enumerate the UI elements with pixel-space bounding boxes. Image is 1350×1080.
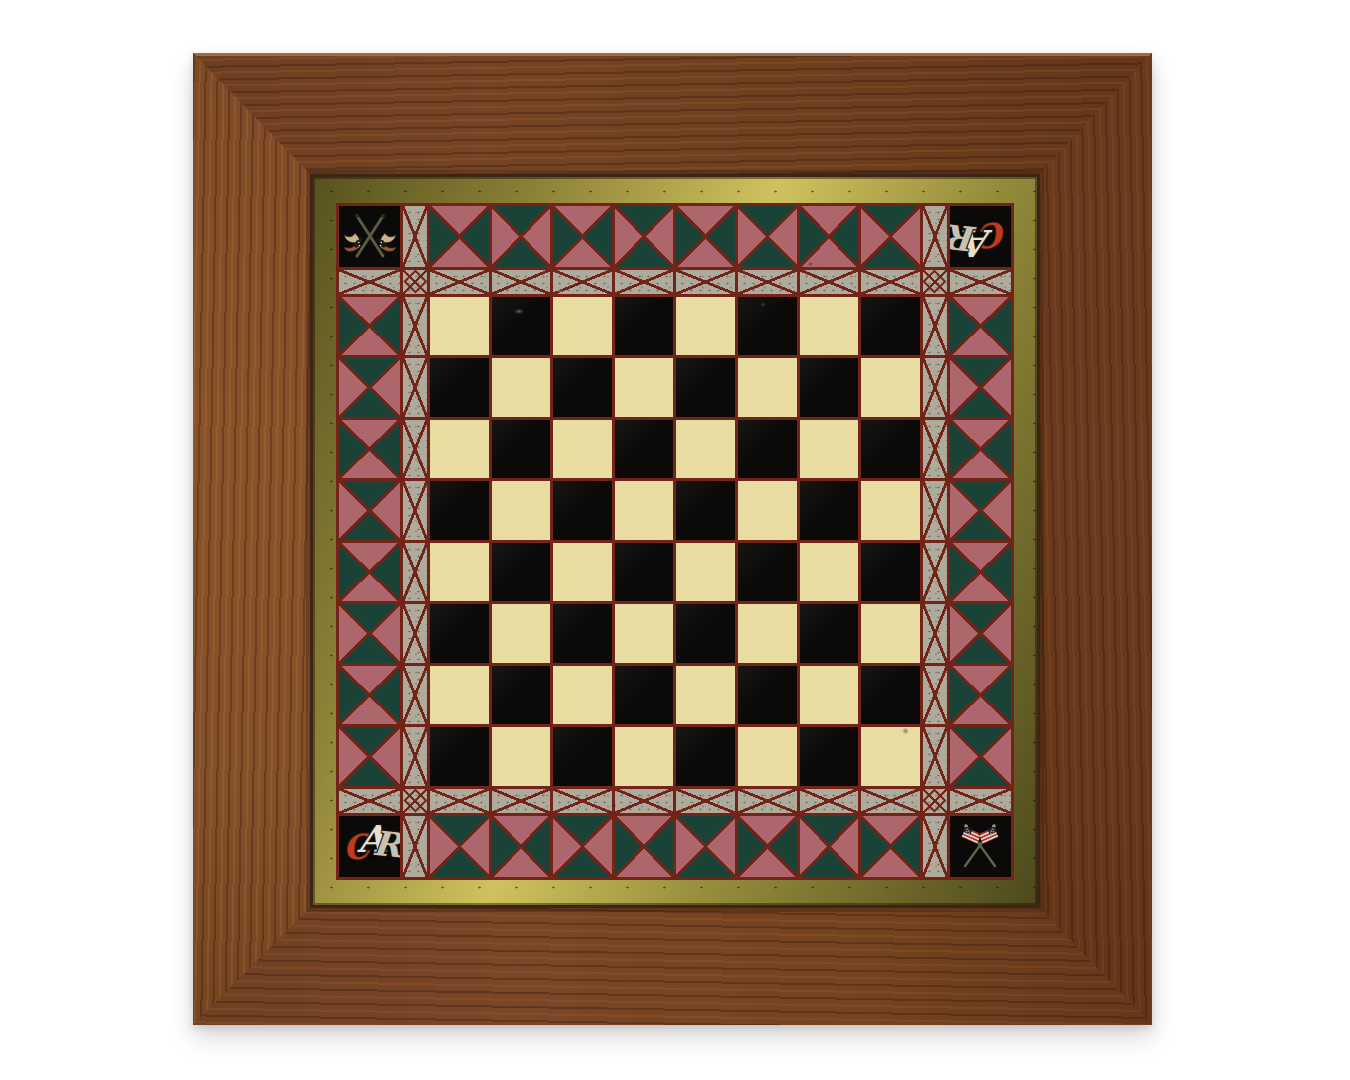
checker-square-h3[interactable] [861,604,920,663]
silver-band-x-segment [676,270,735,294]
border-triangle-bottom-3 [553,816,612,877]
silver-band-x-segment [861,789,920,813]
silver-band-x-segment [553,270,612,294]
border-triangle-right-4 [950,481,1011,540]
checker-square-h7[interactable] [861,358,920,417]
border-triangle-bottom-7 [800,816,859,877]
checker-square-g1[interactable] [800,727,859,786]
checker-square-a3[interactable] [430,604,489,663]
checker-square-d4[interactable] [615,543,674,602]
frame-rail-top [193,53,1152,177]
silver-band-x-segment [923,297,947,356]
checker-square-f1[interactable] [738,727,797,786]
checker-square-e8[interactable] [676,297,735,356]
checker-square-a1[interactable] [430,727,489,786]
checker-square-g4[interactable] [800,543,859,602]
border-triangle-left-3 [339,420,400,479]
checker-square-b1[interactable] [492,727,551,786]
border-triangle-left-6 [339,604,400,663]
car-monogram: C A R [342,818,398,874]
border-triangle-right-5 [950,543,1011,602]
silver-band-star-intersection [923,789,947,813]
checker-square-c2[interactable] [553,666,612,725]
silver-band-x-segment [800,789,859,813]
border-triangle-top-4 [615,206,674,267]
corner-top-left-flags [339,206,400,267]
silver-band-star-intersection [403,789,427,813]
checker-square-f3[interactable] [738,604,797,663]
checker-square-f4[interactable] [738,543,797,602]
border-triangle-bottom-2 [492,816,551,877]
car-monogram: C A R [952,208,1008,264]
silver-band-x-segment [492,789,551,813]
checker-square-d2[interactable] [615,666,674,725]
corner-top-right-monogram: C A R [950,206,1011,267]
checker-square-d7[interactable] [615,358,674,417]
silver-band-x-segment [950,270,1011,294]
checker-square-g7[interactable] [800,358,859,417]
silver-band-x-segment [553,789,612,813]
border-triangle-top-5 [676,206,735,267]
frame-rail-left [193,53,313,1025]
checker-square-f2[interactable] [738,666,797,725]
checker-square-b6[interactable] [492,420,551,479]
border-triangle-right-3 [950,420,1011,479]
silver-band-x-segment [615,270,674,294]
silver-band-x-segment [861,270,920,294]
checker-square-f5[interactable] [738,481,797,540]
border-triangle-top-7 [800,206,859,267]
checker-square-c3[interactable] [553,604,612,663]
checker-square-e7[interactable] [676,358,735,417]
monogram-letter-r: R [950,220,979,257]
silver-band-x-segment [923,666,947,725]
silver-band-x-segment [738,270,797,294]
silver-band-x-segment [339,789,400,813]
silver-band-x-segment [923,727,947,786]
border-triangle-left-1 [339,297,400,356]
game-board[interactable]: C A R C A R [336,203,1014,880]
border-triangle-left-5 [339,543,400,602]
photo-canvas: C A R C A R [0,0,1350,1080]
checker-square-h6[interactable] [861,420,920,479]
silver-band-x-segment [403,666,427,725]
checker-square-b8[interactable] [492,297,551,356]
border-triangle-bottom-4 [615,816,674,877]
silver-band-x-segment [923,543,947,602]
silver-band-x-segment [430,789,489,813]
checker-square-e5[interactable] [676,481,735,540]
border-triangle-left-4 [339,481,400,540]
checker-square-a4[interactable] [430,543,489,602]
border-triangle-right-8 [950,727,1011,786]
border-triangle-right-2 [950,358,1011,417]
checker-square-c4[interactable] [553,543,612,602]
border-triangle-top-2 [492,206,551,267]
checker-square-g2[interactable] [800,666,859,725]
checker-square-d1[interactable] [615,727,674,786]
checker-square-g8[interactable] [800,297,859,356]
silver-band-x-segment [615,789,674,813]
checker-square-f6[interactable] [738,420,797,479]
border-triangle-top-3 [553,206,612,267]
checker-square-c8[interactable] [553,297,612,356]
checker-square-e2[interactable] [676,666,735,725]
border-triangle-top-8 [861,206,920,267]
checker-square-c1[interactable] [553,727,612,786]
checker-square-b7[interactable] [492,358,551,417]
checker-square-d5[interactable] [615,481,674,540]
checker-square-d6[interactable] [615,420,674,479]
checker-square-c5[interactable] [553,481,612,540]
frame-rail-right [1037,53,1152,1025]
crossed-american-flags-icon [952,818,1008,874]
checker-square-c6[interactable] [553,420,612,479]
border-triangle-bottom-6 [738,816,797,877]
silver-band-x-segment [403,604,427,663]
checker-square-c7[interactable] [553,358,612,417]
border-triangle-left-2 [339,358,400,417]
crossed-drooping-flags-icon [342,208,398,264]
checker-square-b3[interactable] [492,604,551,663]
checker-square-f7[interactable] [738,358,797,417]
checker-square-g5[interactable] [800,481,859,540]
border-triangle-right-7 [950,666,1011,725]
checker-square-a2[interactable] [430,666,489,725]
checker-square-e4[interactable] [676,543,735,602]
silver-band-x-segment [923,358,947,417]
border-triangle-bottom-8 [861,816,920,877]
checker-square-d8[interactable] [615,297,674,356]
silver-band-x-segment [950,789,1011,813]
checker-square-h1[interactable] [861,727,920,786]
silver-band-x-segment [403,481,427,540]
border-triangle-left-7 [339,666,400,725]
silver-band-x-segment [403,816,427,877]
silver-band-x-segment [676,789,735,813]
checker-square-a7[interactable] [430,358,489,417]
checker-square-d3[interactable] [615,604,674,663]
checker-square-e1[interactable] [676,727,735,786]
checker-square-h5[interactable] [861,481,920,540]
silver-band-x-segment [923,481,947,540]
checker-square-b5[interactable] [492,481,551,540]
checker-square-h8[interactable] [861,297,920,356]
checker-square-h2[interactable] [861,666,920,725]
corner-bottom-left-monogram: C A R [339,816,400,877]
checker-square-a6[interactable] [430,420,489,479]
wood-frame: C A R C A R [193,53,1152,1025]
silver-band-x-segment [403,206,427,267]
silver-band-x-segment [430,270,489,294]
frame-rail-bottom [193,905,1152,1025]
silver-band-x-segment [800,270,859,294]
silver-band-x-segment [923,816,947,877]
checker-square-b2[interactable] [492,666,551,725]
checker-square-g3[interactable] [800,604,859,663]
checker-square-a8[interactable] [430,297,489,356]
border-triangle-top-6 [738,206,797,267]
silver-band-x-segment [923,420,947,479]
border-triangle-bottom-5 [676,816,735,877]
checker-square-f8[interactable] [738,297,797,356]
silver-band-star-intersection [403,270,427,294]
silver-band-star-intersection [923,270,947,294]
silver-band-x-segment [403,297,427,356]
checker-square-a5[interactable] [430,481,489,540]
checker-square-g6[interactable] [800,420,859,479]
border-triangle-left-8 [339,727,400,786]
border-triangle-right-1 [950,297,1011,356]
silver-band-x-segment [403,420,427,479]
silver-band-x-segment [923,604,947,663]
checker-square-e6[interactable] [676,420,735,479]
border-triangle-bottom-1 [430,816,489,877]
silver-band-x-segment [339,270,400,294]
checker-square-e3[interactable] [676,604,735,663]
border-triangle-right-6 [950,604,1011,663]
checker-square-b4[interactable] [492,543,551,602]
silver-band-x-segment [403,727,427,786]
silver-band-x-segment [403,543,427,602]
checker-square-h4[interactable] [861,543,920,602]
silver-band-x-segment [923,206,947,267]
corner-bottom-right-flags [950,816,1011,877]
border-triangle-top-1 [430,206,489,267]
silver-band-x-segment [492,270,551,294]
silver-band-x-segment [738,789,797,813]
silver-band-x-segment [403,358,427,417]
monogram-letter-r: R [371,826,400,863]
brass-liner: C A R C A R [313,177,1037,905]
